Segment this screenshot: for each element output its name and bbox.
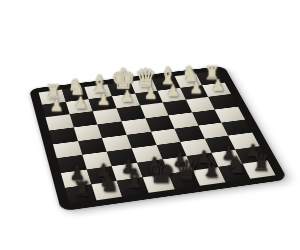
board-square bbox=[209, 94, 238, 109]
white-queen: ♛ bbox=[133, 65, 156, 90]
board-square: ♝ bbox=[193, 167, 225, 186]
board-square bbox=[45, 114, 73, 130]
board-square: ♜ bbox=[65, 185, 96, 204]
white-rook: ♜ bbox=[41, 82, 65, 100]
board-squares: ♜♞♝♚♛♝♞♜♟♟♟♟♟♟♟♟♟♟♟♟♟♟♟♟♜♞♝♚♛♝♞♜ bbox=[39, 71, 276, 204]
white-king: ♚ bbox=[111, 65, 134, 92]
board-square bbox=[180, 139, 211, 156]
board-square: ♛ bbox=[168, 171, 200, 190]
white-rook: ♜ bbox=[201, 64, 224, 82]
chess-board: ♜♞♝♚♛♝♞♜♟♟♟♟♟♟♟♟♟♟♟♟♟♟♟♟♜♞♝♚♛♝♞♜ bbox=[29, 66, 288, 212]
chess-set-photo: ♜♞♝♚♛♝♞♜♟♟♟♟♟♟♟♟♟♟♟♟♟♟♟♟♜♞♝♚♛♝♞♜ bbox=[0, 0, 300, 250]
board-square bbox=[215, 107, 245, 123]
